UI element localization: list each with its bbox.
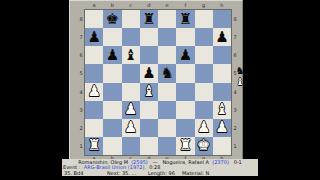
white-pawn-c3[interactable]: ♟ bbox=[124, 102, 137, 117]
status-bar: Romanishin, Oleg M (2595) — Nogueira, Ra… bbox=[62, 159, 258, 176]
square-h7[interactable]: ♟ bbox=[213, 28, 231, 46]
square-f2[interactable] bbox=[176, 119, 194, 137]
square-e7[interactable] bbox=[158, 28, 176, 46]
square-c4[interactable] bbox=[122, 83, 140, 101]
square-c8[interactable] bbox=[122, 10, 140, 28]
black-pawn-a7[interactable]: ♟ bbox=[87, 30, 100, 45]
coord-label-6: 6 bbox=[78, 46, 84, 64]
square-e8[interactable] bbox=[158, 10, 176, 28]
black-king-b8[interactable]: ♚ bbox=[106, 12, 119, 27]
square-f5[interactable] bbox=[176, 64, 194, 82]
coord-label-8: 8 bbox=[232, 10, 238, 28]
square-g8[interactable] bbox=[195, 10, 213, 28]
square-h6[interactable] bbox=[213, 46, 231, 64]
square-h4[interactable] bbox=[213, 83, 231, 101]
square-h2[interactable]: ♟ bbox=[213, 119, 231, 137]
white-king-g1[interactable]: ♚ bbox=[197, 138, 210, 153]
white-bishop-h3[interactable]: ♝ bbox=[215, 102, 228, 117]
square-c3[interactable]: ♟ bbox=[122, 101, 140, 119]
coord-label-3: 3 bbox=[78, 101, 84, 119]
coord-label-h: h bbox=[213, 2, 231, 8]
coord-label-7: 7 bbox=[232, 28, 238, 46]
square-b7[interactable] bbox=[103, 28, 121, 46]
square-e6[interactable] bbox=[158, 46, 176, 64]
square-g4[interactable] bbox=[195, 83, 213, 101]
game-result: 0-1 bbox=[234, 159, 242, 165]
square-a2[interactable] bbox=[85, 119, 103, 137]
black-bishop-c6[interactable]: ♝ bbox=[124, 48, 137, 63]
black-pawn-d5[interactable]: ♟ bbox=[142, 66, 155, 81]
square-g5[interactable] bbox=[195, 64, 213, 82]
black-rook-d8[interactable]: ♜ bbox=[142, 12, 155, 27]
square-b4[interactable] bbox=[103, 83, 121, 101]
square-a6[interactable] bbox=[85, 46, 103, 64]
material-imbalance-widget: ♞ ♝ bbox=[234, 65, 246, 87]
square-b6[interactable]: ♟ bbox=[103, 46, 121, 64]
square-a7[interactable]: ♟ bbox=[85, 28, 103, 46]
square-e3[interactable] bbox=[158, 101, 176, 119]
coord-label-2: 2 bbox=[232, 119, 238, 137]
coord-label-2: 2 bbox=[78, 119, 84, 137]
square-c6[interactable]: ♝ bbox=[122, 46, 140, 64]
game-length: Length: 96 bbox=[148, 171, 175, 177]
square-d5[interactable]: ♟ bbox=[140, 64, 158, 82]
coord-label-g: g bbox=[195, 2, 213, 8]
square-a3[interactable] bbox=[85, 101, 103, 119]
white-pawn-g2[interactable]: ♟ bbox=[197, 120, 210, 135]
material-text: Material: N bbox=[182, 171, 209, 177]
square-g6[interactable] bbox=[195, 46, 213, 64]
square-g2[interactable]: ♟ bbox=[195, 119, 213, 137]
coord-label-c: c bbox=[122, 2, 140, 8]
square-d3[interactable] bbox=[140, 101, 158, 119]
video-frame: abcdefgh abcdefgh 87654321 87654321 ♚♜♜♟… bbox=[0, 0, 320, 180]
square-c5[interactable] bbox=[122, 64, 140, 82]
square-c2[interactable]: ♟ bbox=[122, 119, 140, 137]
square-e4[interactable] bbox=[158, 83, 176, 101]
black-extra-knight-icon: ♞ bbox=[234, 65, 246, 76]
coord-label-f: f bbox=[176, 2, 194, 8]
coord-label-7: 7 bbox=[78, 28, 84, 46]
square-d8[interactable]: ♜ bbox=[140, 10, 158, 28]
square-h5[interactable] bbox=[213, 64, 231, 82]
square-d1[interactable] bbox=[140, 137, 158, 155]
white-rook-f1[interactable]: ♜ bbox=[179, 138, 192, 153]
white-extra-bishop-icon: ♝ bbox=[234, 76, 246, 87]
white-pawn-c2[interactable]: ♟ bbox=[124, 120, 137, 135]
coord-label-5: 5 bbox=[78, 64, 84, 82]
square-b2[interactable] bbox=[103, 119, 121, 137]
black-player-name: Nogueira, Rafael A bbox=[162, 159, 209, 165]
white-pawn-h2[interactable]: ♟ bbox=[215, 120, 228, 135]
next-move: Next: 35. ... bbox=[107, 171, 136, 177]
square-g3[interactable] bbox=[195, 101, 213, 119]
chess-board[interactable]: ♚♜♜♟♟♟♝♟♟♞♟♝♟♝♟♟♟♜♜♚ bbox=[85, 10, 231, 155]
square-f1[interactable]: ♜ bbox=[176, 137, 194, 155]
square-h8[interactable] bbox=[213, 10, 231, 28]
black-pawn-f6[interactable]: ♟ bbox=[179, 48, 192, 63]
square-c7[interactable] bbox=[122, 28, 140, 46]
square-h3[interactable]: ♝ bbox=[213, 101, 231, 119]
coord-label-4: 4 bbox=[78, 83, 84, 101]
square-d4[interactable]: ♝ bbox=[140, 83, 158, 101]
coord-label-a: a bbox=[85, 2, 103, 8]
coord-label-8: 8 bbox=[78, 10, 84, 28]
coord-label-6: 6 bbox=[232, 46, 238, 64]
square-b5[interactable] bbox=[103, 64, 121, 82]
square-a4[interactable]: ♟ bbox=[85, 83, 103, 101]
square-a8[interactable] bbox=[85, 10, 103, 28]
square-b8[interactable]: ♚ bbox=[103, 10, 121, 28]
square-d7[interactable] bbox=[140, 28, 158, 46]
rank-labels-left: 87654321 bbox=[78, 10, 84, 155]
coord-label-d: d bbox=[140, 2, 158, 8]
white-rook-a1[interactable]: ♜ bbox=[87, 138, 100, 153]
square-b3[interactable] bbox=[103, 101, 121, 119]
black-knight-e5[interactable]: ♞ bbox=[160, 66, 173, 81]
black-pawn-h7[interactable]: ♟ bbox=[215, 30, 228, 45]
coord-label-1: 1 bbox=[232, 137, 238, 155]
square-e1[interactable] bbox=[158, 137, 176, 155]
square-a5[interactable] bbox=[85, 64, 103, 82]
square-e2[interactable] bbox=[158, 119, 176, 137]
white-bishop-d4[interactable]: ♝ bbox=[142, 84, 155, 99]
square-f8[interactable]: ♜ bbox=[176, 10, 194, 28]
square-h1[interactable] bbox=[213, 137, 231, 155]
square-g7[interactable] bbox=[195, 28, 213, 46]
square-g1[interactable]: ♚ bbox=[195, 137, 213, 155]
black-rook-f8[interactable]: ♜ bbox=[179, 12, 192, 27]
square-e5[interactable]: ♞ bbox=[158, 64, 176, 82]
square-f7[interactable] bbox=[176, 28, 194, 46]
last-move: 35. Bd4 bbox=[64, 171, 83, 177]
coord-label-1: 1 bbox=[78, 137, 84, 155]
square-b1[interactable] bbox=[103, 137, 121, 155]
black-pawn-b6[interactable]: ♟ bbox=[106, 48, 119, 63]
square-f3[interactable] bbox=[176, 101, 194, 119]
square-f4[interactable] bbox=[176, 83, 194, 101]
square-d6[interactable] bbox=[140, 46, 158, 64]
black-player-rating: (2370) bbox=[212, 159, 229, 165]
file-labels-top: abcdefgh bbox=[85, 2, 231, 8]
white-pawn-a4[interactable]: ♟ bbox=[87, 84, 100, 99]
coord-label-e: e bbox=[158, 2, 176, 8]
square-a1[interactable]: ♜ bbox=[85, 137, 103, 155]
coord-label-b: b bbox=[103, 2, 121, 8]
coord-label-3: 3 bbox=[232, 101, 238, 119]
square-c1[interactable] bbox=[122, 137, 140, 155]
square-d2[interactable] bbox=[140, 119, 158, 137]
square-f6[interactable]: ♟ bbox=[176, 46, 194, 64]
